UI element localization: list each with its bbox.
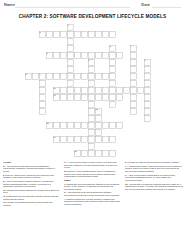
grid-cell-r1c8[interactable] xyxy=(81,31,88,38)
grid-cell-r7c0[interactable] xyxy=(25,73,32,80)
grid-cell-r10c11[interactable] xyxy=(102,94,109,101)
grid-cell-r9c2[interactable] xyxy=(39,87,46,94)
grid-cell-r18c8[interactable] xyxy=(81,150,88,157)
grid-cell-r4c4[interactable] xyxy=(53,52,60,59)
name-input-line[interactable] xyxy=(15,7,130,8)
grid-cell-r18c12[interactable] xyxy=(109,150,116,157)
grid-cell-r8c9[interactable] xyxy=(88,80,95,87)
grid-cell-r11c15[interactable] xyxy=(130,101,137,108)
grid-cell-r1c7[interactable] xyxy=(74,31,81,38)
grid-cell-r7c3[interactable] xyxy=(46,73,53,80)
grid-cell-r14c12[interactable] xyxy=(109,122,116,129)
grid-cell-r4c13[interactable] xyxy=(116,52,123,59)
grid-cell-r10c13[interactable] xyxy=(116,94,123,101)
grid-cell-r14c9[interactable] xyxy=(88,122,95,129)
grid-cell-r9c17[interactable] xyxy=(144,87,151,94)
grid-cell-r7c6[interactable] xyxy=(67,73,74,80)
grid-cell-r6c6[interactable] xyxy=(67,66,74,73)
grid-cell-r10c8[interactable] xyxy=(81,94,88,101)
grid-cell-r18c10[interactable] xyxy=(95,150,102,157)
clue-section-header-across: Across xyxy=(3,161,61,164)
grid-cell-r1c6[interactable] xyxy=(67,31,74,38)
grid-cell-r4c7[interactable] xyxy=(74,52,81,59)
grid-cell-r9c4[interactable] xyxy=(53,87,60,94)
clue-item-2: 2. A development model that involves est… xyxy=(3,165,61,173)
grid-cell-r10c6[interactable] xyxy=(67,94,74,101)
grid-cell-r9c6[interactable] xyxy=(67,87,74,94)
grid-cell-r14c7[interactable] xyxy=(74,122,81,129)
clue-item-11: 11. Testing that involves tests that eva… xyxy=(3,195,61,200)
grid-cell-r7c8[interactable] xyxy=(81,73,88,80)
grid-cell-r13c9[interactable] xyxy=(88,115,95,122)
grid-cell-r14c5[interactable] xyxy=(60,122,67,129)
clues-column-down: 6. Focuses on units or modules that are … xyxy=(125,161,183,191)
grid-cell-r16c9[interactable] xyxy=(88,136,95,143)
clues-column-across: Across2. A development model that involv… xyxy=(3,161,61,208)
clue-item-14: 14. A development model in which a group… xyxy=(64,161,122,169)
grid-cell-r4c8[interactable] xyxy=(81,52,88,59)
grid-cell-r1c2[interactable] xyxy=(39,31,46,38)
grid-cell-r1c12[interactable] xyxy=(109,31,116,38)
grid-cell-r14c10[interactable] xyxy=(95,122,102,129)
grid-cell-r9c5[interactable] xyxy=(60,87,67,94)
grid-cell-r16c5[interactable] xyxy=(60,136,67,143)
grid-cell-r0c6[interactable] xyxy=(67,24,74,31)
grid-cell-r7c11[interactable] xyxy=(102,73,109,80)
grid-cell-r16c7[interactable] xyxy=(74,136,81,143)
grid-cell-r14c3[interactable] xyxy=(46,122,53,129)
grid-cell-r10c10[interactable] xyxy=(95,94,102,101)
clue-item-5: 5. Test type, that typically focuses on … xyxy=(3,174,61,179)
grid-cell-r7c17[interactable] xyxy=(144,73,151,80)
grid-cell-r7c9[interactable] xyxy=(88,73,95,80)
grid-cell-r1c3[interactable] xyxy=(46,31,53,38)
date-label: Date xyxy=(141,2,150,7)
grid-cell-r1c9[interactable] xyxy=(88,31,95,38)
grid-cell-r16c10[interactable] xyxy=(95,136,102,143)
grid-cell-r4c15[interactable] xyxy=(130,52,137,59)
grid-cell-r11c2[interactable] xyxy=(39,101,46,108)
grid-cell-r13c17[interactable] xyxy=(144,115,151,122)
grid-cell-r12c15[interactable] xyxy=(130,108,137,115)
clue-item-4: 4. Testing performed to evaluate whether… xyxy=(64,198,122,206)
grid-cell-r4c9[interactable] xyxy=(88,52,95,59)
grid-cell-r7c2[interactable] xyxy=(39,73,46,80)
grid-cell-r9c11[interactable] xyxy=(102,87,109,94)
grid-cell-r4c6[interactable] xyxy=(67,52,74,59)
grid-cell-r1c11[interactable] xyxy=(102,31,109,38)
grid-cell-r7c1[interactable] xyxy=(32,73,39,80)
grid-cell-r17c9[interactable] xyxy=(88,143,95,150)
grid-cell-r3c15[interactable] xyxy=(130,45,137,52)
grid-cell-r10c7[interactable] xyxy=(74,94,81,101)
grid-cell-r11c9[interactable] xyxy=(88,101,95,108)
grid-cell-r6c9[interactable] xyxy=(88,66,95,73)
grid-cell-r16c8[interactable] xyxy=(81,136,88,143)
name-label: Name xyxy=(4,2,15,7)
grid-cell-r10c5[interactable] xyxy=(60,94,67,101)
grid-cell-r11c17[interactable] xyxy=(144,101,151,108)
grid-cell-r16c12[interactable] xyxy=(109,136,116,143)
grid-cell-r4c5[interactable] xyxy=(60,52,67,59)
grid-cell-r18c11[interactable] xyxy=(102,150,109,157)
grid-cell-r16c11[interactable] xyxy=(102,136,109,143)
grid-cell-r10c12[interactable] xyxy=(109,94,116,101)
grid-cell-r10c2[interactable] xyxy=(39,94,46,101)
grid-cell-r7c10[interactable] xyxy=(95,73,102,80)
grid-cell-r12c17[interactable] xyxy=(144,108,151,115)
grid-cell-r7c5[interactable] xyxy=(60,73,67,80)
grid-cell-r12c2[interactable] xyxy=(39,108,46,115)
clue-item-3: 3. A development model that describes th… xyxy=(64,191,122,196)
grid-cell-r10c15[interactable] xyxy=(130,94,137,101)
clue-item-9: 9. A form of acceptance testing that is … xyxy=(125,174,183,182)
grid-cell-r6c15[interactable] xyxy=(130,66,137,73)
grid-cell-r9c14[interactable] xyxy=(123,87,130,94)
grid-cell-r9c15[interactable] xyxy=(130,87,137,94)
grid-cell-r8c17[interactable] xyxy=(144,80,151,87)
grid-cell-r7c12[interactable] xyxy=(109,73,116,80)
grid-cell-r9c16[interactable] xyxy=(137,87,144,94)
grid-cell-r1c5[interactable] xyxy=(60,31,67,38)
grid-cell-r1c10[interactable] xyxy=(95,31,102,38)
grid-cell-r7c7[interactable] xyxy=(74,73,81,80)
worksheet-page: Name Date CHAPTER 2: SOFTWARE DEVELOPMEN… xyxy=(0,0,185,240)
grid-cell-r10c17[interactable] xyxy=(144,94,151,101)
grid-cell-r2c6[interactable] xyxy=(67,38,74,45)
grid-cell-r9c12[interactable] xyxy=(109,87,116,94)
grid-cell-r14c13[interactable] xyxy=(116,122,123,129)
grid-cell-r10c9[interactable] xyxy=(88,94,95,101)
grid-cell-r9c10[interactable] xyxy=(95,87,102,94)
grid-cell-r5c12[interactable] xyxy=(109,59,116,66)
grid-cell-r6c12[interactable] xyxy=(109,66,116,73)
grid-cell-r8c15[interactable] xyxy=(130,80,137,87)
grid-cell-r12c10[interactable] xyxy=(95,108,102,115)
grid-cell-r14c8[interactable] xyxy=(81,122,88,129)
grid-cell-r4c3[interactable] xyxy=(46,52,53,59)
grid-cell-r3c12[interactable] xyxy=(109,45,116,52)
grid-cell-r18c7[interactable] xyxy=(74,150,81,157)
grid-cell-r5c17[interactable] xyxy=(144,59,151,66)
grid-cell-r8c12[interactable] xyxy=(109,80,116,87)
date-input-line[interactable] xyxy=(152,7,181,8)
clue-item-8: 8. A form of acceptance testing, testing… xyxy=(3,180,61,188)
grid-cell-r3c6[interactable] xyxy=(67,45,74,52)
grid-cell-r1c4[interactable] xyxy=(53,31,60,38)
clue-item-6: 6. Focuses on units or modules that are … xyxy=(125,161,183,164)
clue-item-12: 12. Analysis that evaluates the changes … xyxy=(125,183,183,191)
grid-cell-r8c6[interactable] xyxy=(67,80,74,87)
grid-cell-r8c2[interactable] xyxy=(39,80,46,87)
grid-cell-r18c9[interactable] xyxy=(88,150,95,157)
grid-cell-r11c12[interactable] xyxy=(109,101,116,108)
grid-cell-r16c6[interactable] xyxy=(67,136,74,143)
clues-column-middle: 14. A development model in which a group… xyxy=(64,161,122,207)
grid-cell-r14c11[interactable] xyxy=(102,122,109,129)
clue-item-10: 10. Testing that confirms whether the or… xyxy=(3,189,61,194)
grid-cell-r5c15[interactable] xyxy=(130,59,137,66)
grid-cell-r7c4[interactable] xyxy=(53,73,60,80)
clue-section-header-down: Down xyxy=(64,179,122,182)
grid-cell-r5c6[interactable] xyxy=(67,59,74,66)
clue-item-1: 1. Testing that involves testing the cha… xyxy=(64,183,122,191)
grid-cell-r16c4[interactable] xyxy=(53,136,60,143)
grid-cell-r4c12[interactable] xyxy=(109,52,116,59)
grid-cell-r12c9[interactable] xyxy=(88,108,95,115)
grid-cell-r9c9[interactable] xyxy=(88,87,95,94)
grid-cell-r4c10[interactable] xyxy=(95,52,102,59)
grid-cell-r7c15[interactable] xyxy=(130,73,137,80)
grid-cell-r9c8[interactable] xyxy=(81,87,88,94)
grid-cell-r15c10[interactable] xyxy=(95,129,102,136)
grid-cell-r9c13[interactable] xyxy=(116,87,123,94)
grid-cell-r14c4[interactable] xyxy=(53,122,60,129)
grid-cell-r9c7[interactable] xyxy=(74,87,81,94)
grid-cell-r6c17[interactable] xyxy=(144,66,151,73)
grid-cell-r15c9[interactable] xyxy=(88,129,95,136)
grid-cell-r5c9[interactable] xyxy=(88,59,95,66)
grid-cell-r10c4[interactable] xyxy=(53,94,60,101)
grid-cell-r13c10[interactable] xyxy=(95,115,102,122)
page-title: CHAPTER 2: SOFTWARE DEVELOPMENT LIFECYCL… xyxy=(0,13,185,18)
clue-item-13: 13. Focuses on interactions between comp… xyxy=(3,201,61,206)
clue-item-15: 15. Test type, often considering the end… xyxy=(64,170,122,178)
clue-item-7: 7. A maintenance trigger, such as moving… xyxy=(125,165,183,173)
grid-cell-r4c11[interactable] xyxy=(102,52,109,59)
grid-cell-r14c6[interactable] xyxy=(67,122,74,129)
